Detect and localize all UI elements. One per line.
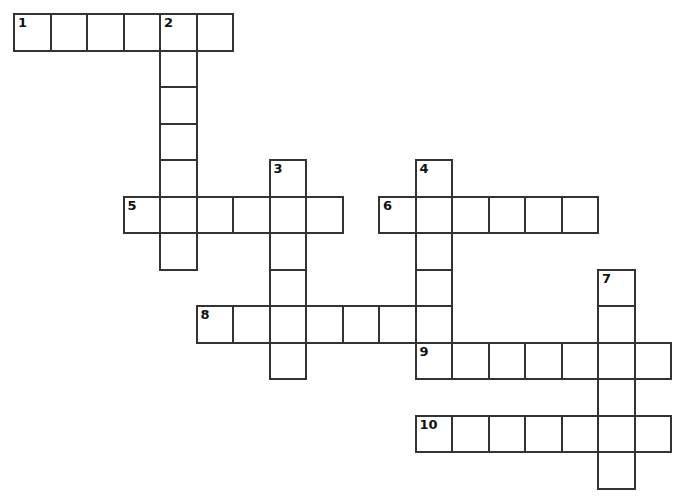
crossword-cell-r8c11[interactable] bbox=[415, 305, 454, 344]
clue-number-3: 3 bbox=[274, 162, 283, 176]
crossword-cell-r5c7[interactable] bbox=[269, 196, 308, 235]
crossword-cell-r8c6[interactable] bbox=[232, 305, 271, 344]
crossword-cell-r3c4[interactable] bbox=[159, 123, 198, 162]
crossword-cell-r9c12[interactable] bbox=[451, 342, 490, 381]
crossword-cell-r6c11[interactable] bbox=[415, 232, 454, 271]
crossword-cell-r7c11[interactable] bbox=[415, 269, 454, 308]
crossword-cell-r9c14[interactable] bbox=[524, 342, 563, 381]
crossword-cell-r6c4[interactable] bbox=[159, 232, 198, 271]
clue-number-2: 2 bbox=[164, 16, 173, 30]
crossword-cell-r0c2[interactable] bbox=[86, 13, 125, 52]
crossword-cell-r0c0[interactable]: 1 bbox=[13, 13, 52, 52]
crossword-board: 12345678910 bbox=[14, 14, 671, 489]
crossword-cell-r0c5[interactable] bbox=[196, 13, 235, 52]
clue-number-5: 5 bbox=[128, 199, 137, 213]
crossword-cell-r0c3[interactable] bbox=[123, 13, 162, 52]
crossword-cell-r4c4[interactable] bbox=[159, 159, 198, 198]
clue-number-8: 8 bbox=[201, 308, 210, 322]
crossword-cell-r9c17[interactable] bbox=[634, 342, 673, 381]
clue-number-6: 6 bbox=[383, 199, 392, 213]
clue-number-7: 7 bbox=[602, 272, 611, 286]
crossword-cell-r9c13[interactable] bbox=[488, 342, 527, 381]
crossword-cell-r5c12[interactable] bbox=[451, 196, 490, 235]
crossword-cell-r8c16[interactable] bbox=[597, 305, 636, 344]
clue-number-4: 4 bbox=[420, 162, 429, 176]
crossword-cell-r9c7[interactable] bbox=[269, 342, 308, 381]
crossword-cell-r5c5[interactable] bbox=[196, 196, 235, 235]
crossword-cell-r0c1[interactable] bbox=[50, 13, 89, 52]
crossword-cell-r4c7[interactable]: 3 bbox=[269, 159, 308, 198]
crossword-cell-r5c6[interactable] bbox=[232, 196, 271, 235]
crossword-cell-r5c11[interactable] bbox=[415, 196, 454, 235]
crossword-cell-r11c17[interactable] bbox=[634, 415, 673, 454]
crossword-cell-r0c4[interactable]: 2 bbox=[159, 13, 198, 52]
crossword-cell-r11c12[interactable] bbox=[451, 415, 490, 454]
crossword-cell-r12c16[interactable] bbox=[597, 451, 636, 490]
crossword-cell-r9c11[interactable]: 9 bbox=[415, 342, 454, 381]
crossword-cell-r11c14[interactable] bbox=[524, 415, 563, 454]
crossword-cell-r4c11[interactable]: 4 bbox=[415, 159, 454, 198]
crossword-cell-r5c4[interactable] bbox=[159, 196, 198, 235]
crossword-cell-r9c15[interactable] bbox=[561, 342, 600, 381]
clue-number-9: 9 bbox=[420, 345, 429, 359]
crossword-cell-r10c16[interactable] bbox=[597, 378, 636, 417]
crossword-cell-r8c9[interactable] bbox=[342, 305, 381, 344]
crossword-cell-r5c8[interactable] bbox=[305, 196, 344, 235]
crossword-cell-r2c4[interactable] bbox=[159, 86, 198, 125]
crossword-cell-r1c4[interactable] bbox=[159, 50, 198, 89]
crossword-cell-r8c10[interactable] bbox=[378, 305, 417, 344]
crossword-cell-r7c16[interactable]: 7 bbox=[597, 269, 636, 308]
crossword-page: 12345678910 bbox=[0, 0, 674, 500]
clue-number-1: 1 bbox=[18, 16, 27, 30]
crossword-cell-r11c13[interactable] bbox=[488, 415, 527, 454]
clue-number-10: 10 bbox=[420, 418, 438, 432]
crossword-cell-r5c15[interactable] bbox=[561, 196, 600, 235]
crossword-cell-r8c8[interactable] bbox=[305, 305, 344, 344]
crossword-cell-r5c13[interactable] bbox=[488, 196, 527, 235]
crossword-cell-r11c11[interactable]: 10 bbox=[415, 415, 454, 454]
crossword-cell-r7c7[interactable] bbox=[269, 269, 308, 308]
crossword-cell-r9c16[interactable] bbox=[597, 342, 636, 381]
crossword-cell-r5c3[interactable]: 5 bbox=[123, 196, 162, 235]
crossword-cell-r5c10[interactable]: 6 bbox=[378, 196, 417, 235]
crossword-cell-r8c5[interactable]: 8 bbox=[196, 305, 235, 344]
crossword-cell-r11c15[interactable] bbox=[561, 415, 600, 454]
crossword-cell-r11c16[interactable] bbox=[597, 415, 636, 454]
crossword-cell-r8c7[interactable] bbox=[269, 305, 308, 344]
crossword-cell-r6c7[interactable] bbox=[269, 232, 308, 271]
crossword-cell-r5c14[interactable] bbox=[524, 196, 563, 235]
